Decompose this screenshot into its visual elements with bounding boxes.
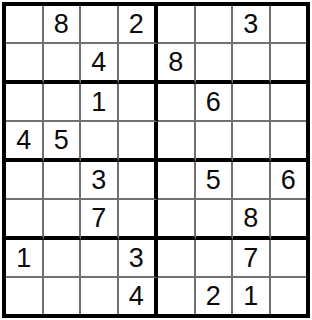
cell-r3c3[interactable]: 1 bbox=[81, 84, 119, 122]
cell-r8c7[interactable]: 1 bbox=[233, 278, 271, 314]
cell-r2c3[interactable]: 4 bbox=[81, 44, 119, 84]
cell-r2c4[interactable] bbox=[119, 44, 159, 84]
cell-r5c7[interactable] bbox=[233, 162, 271, 200]
cell-r4c4[interactable] bbox=[119, 122, 159, 162]
cell-r2c7[interactable] bbox=[233, 44, 271, 84]
cell-r3c6[interactable]: 6 bbox=[196, 84, 234, 122]
cell-r1c7[interactable]: 3 bbox=[233, 6, 271, 44]
cell-r2c2[interactable] bbox=[44, 44, 82, 84]
cell-r4c7[interactable] bbox=[233, 122, 271, 162]
cell-r3c7[interactable] bbox=[233, 84, 271, 122]
cell-r3c5[interactable] bbox=[158, 84, 196, 122]
cell-r1c2[interactable]: 8 bbox=[44, 6, 82, 44]
cell-r1c3[interactable] bbox=[81, 6, 119, 44]
cell-r3c4[interactable] bbox=[119, 84, 159, 122]
cell-r4c2[interactable]: 5 bbox=[44, 122, 82, 162]
cell-r5c6[interactable]: 5 bbox=[196, 162, 234, 200]
cell-r7c8[interactable] bbox=[271, 240, 307, 278]
cell-r5c3[interactable]: 3 bbox=[81, 162, 119, 200]
cell-r5c1[interactable] bbox=[6, 162, 44, 200]
cell-r6c6[interactable] bbox=[196, 200, 234, 240]
cell-r4c8[interactable] bbox=[271, 122, 307, 162]
cell-r5c8[interactable]: 6 bbox=[271, 162, 307, 200]
cell-r8c3[interactable] bbox=[81, 278, 119, 314]
cell-r8c8[interactable] bbox=[271, 278, 307, 314]
cell-r2c6[interactable] bbox=[196, 44, 234, 84]
cell-r7c7[interactable]: 7 bbox=[233, 240, 271, 278]
cell-r8c5[interactable] bbox=[158, 278, 196, 314]
cell-r6c2[interactable] bbox=[44, 200, 82, 240]
cell-r3c2[interactable] bbox=[44, 84, 82, 122]
cell-r5c4[interactable] bbox=[119, 162, 159, 200]
cell-r2c5[interactable]: 8 bbox=[158, 44, 196, 84]
cell-r6c7[interactable]: 8 bbox=[233, 200, 271, 240]
cell-r8c6[interactable]: 2 bbox=[196, 278, 234, 314]
cell-r6c8[interactable] bbox=[271, 200, 307, 240]
cell-r6c3[interactable]: 7 bbox=[81, 200, 119, 240]
cell-r1c5[interactable] bbox=[158, 6, 196, 44]
cell-r5c2[interactable] bbox=[44, 162, 82, 200]
cell-r7c4[interactable]: 3 bbox=[119, 240, 159, 278]
cell-r7c1[interactable]: 1 bbox=[6, 240, 44, 278]
cell-r6c5[interactable] bbox=[158, 200, 196, 240]
cell-r3c8[interactable] bbox=[271, 84, 307, 122]
cell-r7c3[interactable] bbox=[81, 240, 119, 278]
cell-r1c8[interactable] bbox=[271, 6, 307, 44]
cell-r2c8[interactable] bbox=[271, 44, 307, 84]
cell-r6c4[interactable] bbox=[119, 200, 159, 240]
cell-r4c6[interactable] bbox=[196, 122, 234, 162]
sudoku-board-container: 82348164535678137421 bbox=[0, 0, 312, 320]
cell-r8c4[interactable]: 4 bbox=[119, 278, 159, 314]
cell-r8c2[interactable] bbox=[44, 278, 82, 314]
sudoku-board: 82348164535678137421 bbox=[2, 2, 310, 318]
cell-r5c5[interactable] bbox=[158, 162, 196, 200]
cell-r3c1[interactable] bbox=[6, 84, 44, 122]
cell-r4c1[interactable]: 4 bbox=[6, 122, 44, 162]
cell-r7c6[interactable] bbox=[196, 240, 234, 278]
cell-r1c6[interactable] bbox=[196, 6, 234, 44]
cell-r1c4[interactable]: 2 bbox=[119, 6, 159, 44]
cell-r1c1[interactable] bbox=[6, 6, 44, 44]
cell-r4c5[interactable] bbox=[158, 122, 196, 162]
cell-r6c1[interactable] bbox=[6, 200, 44, 240]
cell-r2c1[interactable] bbox=[6, 44, 44, 84]
cell-r7c2[interactable] bbox=[44, 240, 82, 278]
cell-r7c5[interactable] bbox=[158, 240, 196, 278]
cell-r8c1[interactable] bbox=[6, 278, 44, 314]
cell-r4c3[interactable] bbox=[81, 122, 119, 162]
